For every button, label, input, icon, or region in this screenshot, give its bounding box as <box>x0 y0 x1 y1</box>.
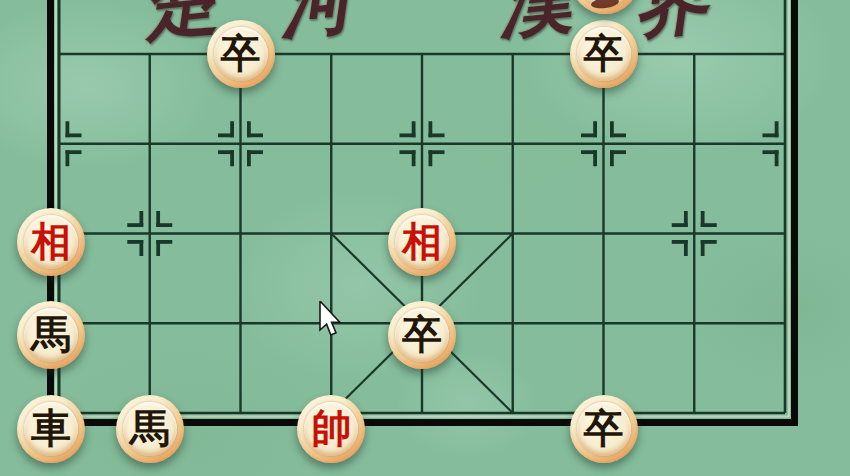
pieces-layer[interactable]: 卒卒相相馬卒車馬帥卒 <box>0 0 850 476</box>
piece-face: 車 <box>24 402 78 456</box>
piece-black-soldier[interactable]: 卒 <box>388 301 456 369</box>
piece-black-soldier[interactable]: 卒 <box>207 20 275 88</box>
piece-face <box>578 0 632 7</box>
mouse-cursor-icon <box>318 301 342 337</box>
piece-glyph: 車 <box>31 408 71 448</box>
piece-black-horse[interactable]: 馬 <box>17 301 85 369</box>
piece-glyph: 卒 <box>584 408 624 448</box>
piece-glyph: 馬 <box>31 314 71 354</box>
piece-black-chariot[interactable]: 車 <box>17 395 85 463</box>
piece-black-horse[interactable]: 馬 <box>116 395 184 463</box>
piece-red-elephant[interactable]: 相 <box>17 208 85 276</box>
piece-glyph: 馬 <box>130 408 170 448</box>
piece-black-soldier[interactable]: 卒 <box>570 395 638 463</box>
piece-face: 相 <box>24 215 78 269</box>
piece-face: 相 <box>395 215 449 269</box>
xiangqi-game-screen: 楚 河 漢 界 卒卒相相馬卒車馬帥卒 <box>0 0 850 476</box>
piece-face: 馬 <box>123 402 177 456</box>
piece-black-soldier[interactable]: 卒 <box>570 20 638 88</box>
piece-red-elephant[interactable]: 相 <box>388 208 456 276</box>
piece-glyph: 卒 <box>221 33 261 73</box>
piece-glyph: 相 <box>402 221 442 261</box>
piece-unknown-unknown[interactable] <box>571 0 639 14</box>
piece-glyph: 相 <box>31 221 71 261</box>
piece-face: 卒 <box>577 402 631 456</box>
piece-red-general[interactable]: 帥 <box>297 395 365 463</box>
piece-face: 卒 <box>395 308 449 362</box>
piece-glyph: 帥 <box>311 408 351 448</box>
piece-face: 帥 <box>304 402 358 456</box>
piece-glyph: 卒 <box>402 314 442 354</box>
piece-face: 卒 <box>577 27 631 81</box>
piece-glyph: 卒 <box>584 33 624 73</box>
piece-face: 卒 <box>214 27 268 81</box>
piece-face: 馬 <box>24 308 78 362</box>
